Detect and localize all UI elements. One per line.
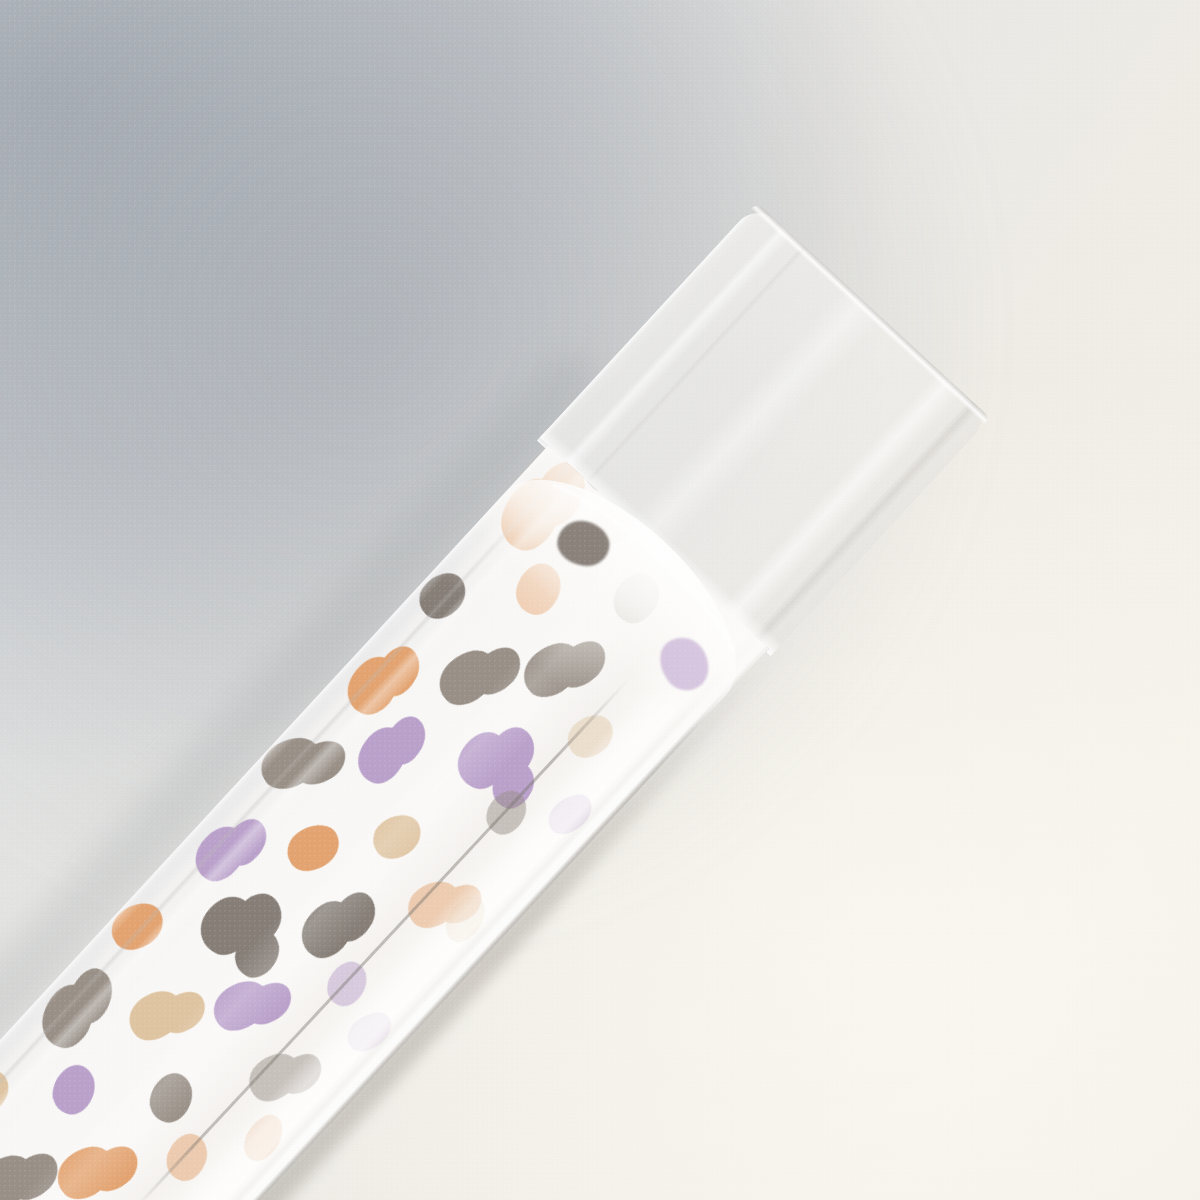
pattern-blob: [280, 816, 348, 879]
photo-scene: [0, 0, 1200, 1200]
pattern-blob: [292, 892, 364, 968]
pattern-blob: [429, 640, 506, 715]
pattern-blob: [240, 1044, 308, 1110]
pattern-blob: [0, 1145, 43, 1200]
pattern-blob: [651, 629, 718, 699]
pattern-blob: [46, 1059, 102, 1121]
pattern-blob: [320, 955, 374, 1013]
pattern-blob: [365, 807, 429, 867]
pattern-blob: [553, 516, 613, 570]
pattern-blob: [349, 719, 415, 791]
pattern-blob: [448, 723, 519, 797]
pattern-blob: [143, 1067, 200, 1129]
pattern-blob: [186, 817, 256, 890]
pattern-blob: [341, 1005, 399, 1059]
pattern-blob: [542, 787, 600, 842]
pattern-blob: [120, 981, 191, 1049]
pattern-blob: [190, 887, 265, 965]
pattern-blob: [48, 1136, 124, 1200]
pattern-blob: [236, 1108, 290, 1167]
pattern-blob: [205, 971, 278, 1040]
pattern-blob: [0, 1061, 18, 1125]
pattern-blob: [160, 1127, 215, 1186]
